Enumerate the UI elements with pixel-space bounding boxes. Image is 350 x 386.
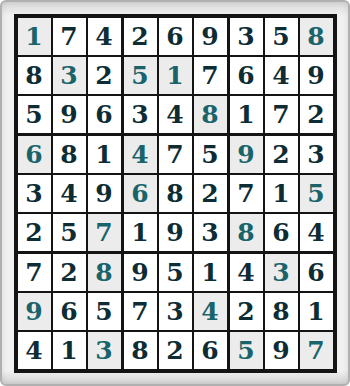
cell-r6c8[interactable]: 6 — [265, 214, 298, 251]
cell-r6c5[interactable]: 9 — [159, 214, 192, 251]
cell-r3c6-given[interactable]: 8 — [194, 96, 227, 133]
box-1: 174832596 — [18, 18, 121, 133]
cell-r5c8[interactable]: 1 — [265, 175, 298, 212]
cell-r2c4-given[interactable]: 5 — [124, 57, 157, 94]
box-2: 269517348 — [124, 18, 227, 133]
cell-r7c8-given[interactable]: 3 — [265, 254, 298, 291]
cell-r3c4[interactable]: 3 — [124, 96, 157, 133]
cell-r9c3-given[interactable]: 3 — [88, 332, 121, 369]
cell-r2c2-given[interactable]: 3 — [53, 57, 86, 94]
cell-r6c9[interactable]: 4 — [300, 214, 333, 251]
cell-r2c9[interactable]: 9 — [300, 57, 333, 94]
cell-r1c2[interactable]: 7 — [53, 18, 86, 55]
cell-r5c6[interactable]: 2 — [194, 175, 227, 212]
cell-r7c7[interactable]: 4 — [230, 254, 263, 291]
cell-r8c8[interactable]: 8 — [265, 293, 298, 330]
cell-r1c7[interactable]: 3 — [230, 18, 263, 55]
cell-r7c9[interactable]: 6 — [300, 254, 333, 291]
cell-r2c1[interactable]: 8 — [18, 57, 51, 94]
cell-r9c8[interactable]: 9 — [265, 332, 298, 369]
cell-r2c8[interactable]: 4 — [265, 57, 298, 94]
cell-r6c1[interactable]: 2 — [18, 214, 51, 251]
cell-r5c2[interactable]: 4 — [53, 175, 86, 212]
cell-r6c4[interactable]: 1 — [124, 214, 157, 251]
cell-r4c1-given[interactable]: 6 — [18, 136, 51, 173]
cell-r5c9-given[interactable]: 5 — [300, 175, 333, 212]
cell-r8c5[interactable]: 3 — [159, 293, 192, 330]
cell-r7c5[interactable]: 5 — [159, 254, 192, 291]
box-3: 358649172 — [230, 18, 333, 133]
cell-r4c7-given[interactable]: 9 — [230, 136, 263, 173]
cell-r8c4[interactable]: 7 — [124, 293, 157, 330]
cell-r1c8[interactable]: 5 — [265, 18, 298, 55]
cell-r8c6-given[interactable]: 4 — [194, 293, 227, 330]
cell-r5c7[interactable]: 7 — [230, 175, 263, 212]
cell-r3c2[interactable]: 9 — [53, 96, 86, 133]
cell-r4c4-given[interactable]: 4 — [124, 136, 157, 173]
cell-r1c1-given[interactable]: 1 — [18, 18, 51, 55]
cell-r8c7[interactable]: 2 — [230, 293, 263, 330]
cell-r9c9-given[interactable]: 7 — [300, 332, 333, 369]
cell-r4c5[interactable]: 7 — [159, 136, 192, 173]
cell-r9c4[interactable]: 8 — [124, 332, 157, 369]
cell-r1c9-given[interactable]: 8 — [300, 18, 333, 55]
cell-r6c6[interactable]: 3 — [194, 214, 227, 251]
cell-r8c9[interactable]: 1 — [300, 293, 333, 330]
cell-r7c1[interactable]: 7 — [18, 254, 51, 291]
cell-r4c2[interactable]: 8 — [53, 136, 86, 173]
cell-r6c7-given[interactable]: 8 — [230, 214, 263, 251]
cell-r1c6[interactable]: 9 — [194, 18, 227, 55]
cell-r1c5[interactable]: 6 — [159, 18, 192, 55]
box-7: 728965413 — [18, 254, 121, 369]
cell-r7c3-given[interactable]: 8 — [88, 254, 121, 291]
cell-r4c3[interactable]: 1 — [88, 136, 121, 173]
cell-r9c2[interactable]: 1 — [53, 332, 86, 369]
cell-r2c5-given[interactable]: 1 — [159, 57, 192, 94]
cell-r2c6[interactable]: 7 — [194, 57, 227, 94]
cell-r4c9[interactable]: 3 — [300, 136, 333, 173]
sudoku-board: 1748325962695173483586491726813492574756… — [14, 14, 337, 373]
cell-r9c5[interactable]: 2 — [159, 332, 192, 369]
cell-r8c2[interactable]: 6 — [53, 293, 86, 330]
box-4: 681349257 — [18, 136, 121, 251]
cell-r1c3[interactable]: 4 — [88, 18, 121, 55]
box-9: 436281597 — [230, 254, 333, 369]
cell-r9c6[interactable]: 6 — [194, 332, 227, 369]
cell-r7c4[interactable]: 9 — [124, 254, 157, 291]
cell-r2c7[interactable]: 6 — [230, 57, 263, 94]
box-6: 923715864 — [230, 136, 333, 251]
box-5: 475682193 — [124, 136, 227, 251]
cell-r5c3[interactable]: 9 — [88, 175, 121, 212]
cell-r6c3-given[interactable]: 7 — [88, 214, 121, 251]
cell-r7c2[interactable]: 2 — [53, 254, 86, 291]
cell-r1c4[interactable]: 2 — [124, 18, 157, 55]
cell-r8c3[interactable]: 5 — [88, 293, 121, 330]
cell-r9c7-given[interactable]: 5 — [230, 332, 263, 369]
cell-r3c5[interactable]: 4 — [159, 96, 192, 133]
cell-r8c1-given[interactable]: 9 — [18, 293, 51, 330]
cell-r3c1[interactable]: 5 — [18, 96, 51, 133]
cell-r5c1[interactable]: 3 — [18, 175, 51, 212]
puzzle-frame: 1748325962695173483586491726813492574756… — [0, 0, 350, 386]
cell-r3c8[interactable]: 7 — [265, 96, 298, 133]
cell-r4c8[interactable]: 2 — [265, 136, 298, 173]
box-8: 951734826 — [124, 254, 227, 369]
cell-r3c9[interactable]: 2 — [300, 96, 333, 133]
cell-r3c3[interactable]: 6 — [88, 96, 121, 133]
cell-r2c3[interactable]: 2 — [88, 57, 121, 94]
cell-r3c7[interactable]: 1 — [230, 96, 263, 133]
cell-r7c6[interactable]: 1 — [194, 254, 227, 291]
cell-r5c5[interactable]: 8 — [159, 175, 192, 212]
cell-r9c1[interactable]: 4 — [18, 332, 51, 369]
cell-r4c6[interactable]: 5 — [194, 136, 227, 173]
cell-r5c4-given[interactable]: 6 — [124, 175, 157, 212]
cell-r6c2[interactable]: 5 — [53, 214, 86, 251]
